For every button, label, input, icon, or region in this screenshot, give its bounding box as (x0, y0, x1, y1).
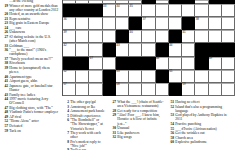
clue-number: 40 (1, 75, 9, 79)
clue-number: 56 (167, 131, 175, 135)
clue-text: Goldman ___ (9, 44, 59, 48)
grid-cell[interactable] (142, 43, 155, 56)
grid-cell[interactable] (116, 17, 129, 30)
clue-text: "Surely you don't mean me?!" (9, 57, 59, 61)
grid-cell[interactable] (209, 83, 222, 96)
grid-cell[interactable] (142, 4, 155, 17)
cell-number: 57 (63, 83, 66, 86)
clue: 39Home to (uncaptured) chess pieces (1, 66, 59, 74)
clue-text: Big songs (117, 135, 164, 139)
grid-cell[interactable] (103, 57, 116, 70)
clue: 42Japanese gate, or baseball star Hunter (1, 84, 59, 92)
clue: 52Island that's also a programming langu… (167, 105, 234, 113)
crossword-page: 3334353637383940414243444748495253555758… (0, 0, 235, 150)
grid-cell[interactable]: 34 (116, 4, 129, 17)
clue-text: Unknowns (9, 30, 59, 34)
cell-number: 58 (116, 83, 119, 86)
grid-cell[interactable] (182, 43, 195, 56)
cell-number: 41 (182, 31, 185, 34)
down-clues-column-3: 51Having no effect52Island that's also a… (167, 100, 234, 145)
grid-cell[interactable] (76, 70, 89, 83)
across-clues-column: …at the evening19Winner of more gold med… (1, 0, 59, 133)
clue-text: ___ d'Ivoire (African nation) (175, 127, 234, 131)
clue-text: 1997 movie featuring Jerry O'Connell (9, 97, 59, 105)
cell-number: 43 (116, 44, 119, 47)
grid-cell[interactable]: 49 (209, 57, 222, 70)
clue: 32Big songs (109, 135, 164, 139)
grid-cell[interactable] (182, 57, 195, 70)
clue-text: Pro's modest reply to "Nice job!" (70, 140, 107, 148)
grid-cell[interactable]: 53 (116, 70, 129, 83)
clue-number: 59 (1, 129, 9, 133)
clue-number: 37 (1, 57, 9, 61)
clue: 31Like pushovers (109, 131, 164, 135)
grid-cell[interactable] (89, 70, 102, 83)
grid-cell[interactable]: 42 (63, 43, 76, 56)
grid-cell[interactable] (169, 57, 182, 70)
clue-number: 27 (1, 35, 9, 43)
grid-cell[interactable] (169, 17, 182, 30)
clue-number: 49 (1, 115, 9, 119)
clue: 37"Surely you don't mean me?!" (1, 57, 59, 61)
clue-text: "The Bombshell" or "The Showstopper," at… (70, 118, 107, 130)
clue: 5Difficult experiences (62, 114, 107, 118)
grid-cell[interactable]: 40 (129, 30, 142, 43)
clue-number: 4 (62, 109, 70, 113)
clue-text: The other guy/gal (70, 100, 107, 104)
clue: 52"Home Alone" actor (1, 119, 59, 123)
clue: 58Church area (167, 136, 234, 140)
clue: 56Get the wrinkles out (167, 131, 234, 135)
cell-number: 38 (196, 18, 199, 21)
cell-number: 33 (103, 5, 106, 8)
clue: 8Pro's modest reply to "Nice job!" (62, 140, 107, 148)
clue-text: God played by Anthony Hopkins in 2011 (175, 113, 234, 121)
grid-cell[interactable] (89, 43, 102, 56)
clue-text: Get ready for a competition (117, 109, 164, 113)
grid-cell[interactable] (89, 17, 102, 30)
clue-text: Practice punching (175, 122, 234, 126)
black-cell (76, 57, 89, 70)
grid-cell[interactable] (156, 30, 169, 43)
clue: 20Hosted, as an awards show (1, 12, 59, 16)
black-cell (63, 4, 76, 17)
clue-number: 31 (109, 131, 117, 135)
cell-number: 44 (169, 44, 172, 47)
clue-number: 27 (109, 100, 117, 108)
grid-cell[interactable] (209, 70, 222, 83)
grid-cell[interactable] (209, 4, 222, 17)
black-cell (103, 83, 116, 96)
clue-text: AP rival (9, 115, 59, 119)
clue-number: 53 (167, 113, 175, 121)
clue-number: 57 (1, 124, 9, 128)
clue-number: 38 (1, 61, 9, 65)
clue-text: Amusement park hassle (70, 109, 107, 113)
grid-cell[interactable] (209, 17, 222, 30)
grid-cell[interactable]: 58 (116, 83, 129, 96)
grid-cell[interactable]: 43 (116, 43, 129, 56)
clue-number: 33 (1, 44, 9, 48)
clue: 28Get ready for a competition (109, 109, 164, 113)
clue-number: 60 (167, 140, 175, 144)
black-cell (89, 4, 102, 17)
clue-text: "Home Alone" actor (9, 119, 59, 123)
cell-number: 55 (169, 70, 172, 73)
clue-number: 43 (1, 93, 9, 97)
grid-cell[interactable] (182, 70, 195, 83)
clue-text: Big grain in Eastern Europe (9, 21, 59, 25)
clue-text: Representative (9, 17, 59, 21)
grid-cell[interactable] (156, 4, 169, 17)
clue: 2The other guy/gal (62, 100, 107, 104)
grid-cell[interactable]: 48 (156, 57, 169, 70)
clue: 30Unusual (109, 126, 164, 130)
clue-text: Like pushovers (117, 131, 164, 135)
grid-cell[interactable] (195, 70, 208, 83)
grid-cell[interactable] (156, 83, 169, 96)
grid-cell[interactable] (103, 30, 116, 43)
grid-cell[interactable] (89, 30, 102, 43)
black-cell (129, 57, 142, 70)
grid-cell[interactable] (156, 17, 169, 30)
clue-text: Riverboats (9, 61, 59, 65)
grid-cell[interactable]: 38 (195, 17, 208, 30)
clue: 4Amusement park hassle (62, 109, 107, 113)
cell-number: 42 (63, 44, 66, 47)
black-cell (156, 43, 169, 56)
clue-text: Difficult experiences (70, 114, 107, 118)
black-cell (195, 43, 208, 56)
grid-cell[interactable]: 44 (169, 43, 182, 56)
grid-cell[interactable] (103, 17, 116, 30)
black-cell (63, 57, 76, 70)
clue: 51Having no effect (167, 100, 234, 104)
clue: 21Representative (1, 17, 59, 21)
cell-number: 35 (130, 5, 133, 8)
grid-cell[interactable] (142, 30, 155, 43)
clue-text: Tack on (9, 129, 59, 133)
clue-number: 47 (1, 106, 9, 110)
cell-number: 59 (182, 83, 185, 86)
clue: 3Armstrong or Ike (62, 105, 107, 109)
clue-text: Apartment type (9, 75, 59, 79)
cell-number: 52 (63, 70, 66, 73)
clue-number: 32 (109, 135, 117, 139)
black-cell (142, 57, 155, 70)
clue: 43Family tree ladies (1, 93, 59, 97)
black-cell (222, 43, 235, 56)
clue: 60Explosive palindrome (167, 140, 234, 144)
clue-number: 36 (1, 48, 9, 56)
grid-cell[interactable] (222, 4, 235, 17)
clue-text: Big clothing store, with "The" (9, 106, 59, 110)
clue-text: Island that's also a programming languag… (175, 105, 234, 113)
cell-number: 37 (143, 18, 146, 21)
black-cell (116, 30, 129, 43)
crossword-grid: 3334353637383940414243444748495253555758… (62, 0, 235, 96)
grid-cell[interactable] (195, 30, 208, 43)
grid-cell[interactable]: 35 (129, 4, 142, 17)
black-cell (169, 30, 182, 43)
cell-number: 47 (90, 57, 93, 60)
clue: 59Tack on (1, 129, 59, 133)
clue: 9Trolley car (62, 148, 107, 150)
grid-cell[interactable] (129, 70, 142, 83)
clue-text: Having no effect (175, 100, 234, 104)
grid-cell[interactable] (222, 57, 235, 70)
black-cell (116, 57, 129, 70)
clue-text: "Alas! Poor ___. I knew him, Horatio: a … (117, 113, 164, 125)
clue: 27What the ___! (chain of Seattle-area V… (109, 100, 164, 108)
clue: 7They work with each other (62, 131, 107, 139)
grid-cell[interactable]: 39 (63, 30, 76, 43)
clue-text: ___ care (9, 26, 59, 30)
clue-number: 42 (1, 84, 9, 92)
clue-number: 52 (1, 119, 9, 123)
grid-cell[interactable] (142, 70, 155, 83)
grid-cell[interactable]: 55 (169, 70, 182, 83)
clue: 36"___ to the man!" (1960's catchphrase) (1, 48, 59, 56)
cell-number: 48 (156, 57, 159, 60)
clue: 27#2 dating website in the U.S. (after M… (1, 35, 59, 43)
clue-number: 39 (1, 66, 9, 74)
clue-number: 21 (1, 17, 9, 21)
clue-number: 6 (62, 118, 70, 130)
clue-number: 48 (1, 110, 9, 114)
down-clues-column-2: 27What the ___! (chain of Seattle-area V… (109, 100, 164, 140)
clue: 29"Alas! Poor ___. I knew him, Horatio: … (109, 113, 164, 125)
black-cell (156, 70, 169, 83)
clue-text: Explosive palindrome (175, 140, 234, 144)
clue-number: 19 (1, 4, 9, 12)
clue-number: 8 (62, 140, 70, 148)
clue-number: 26 (1, 30, 9, 34)
clue: 441997 movie featuring Jerry O'Connell (1, 97, 59, 105)
grid-cell[interactable]: 36 (63, 17, 76, 30)
clue-text: Winner of more gold medals than any othe… (9, 4, 59, 12)
clue-number: 28 (109, 109, 117, 113)
clue: 55___ d'Ivoire (African nation) (167, 127, 234, 131)
clue-text: What the ___! (chain of Seattle-area Vie… (117, 100, 164, 108)
clue-number: 30 (109, 126, 117, 130)
clue: 40Apartment type (1, 75, 59, 79)
clue-text: They work with each other (70, 131, 107, 139)
clue: 24___ care (1, 26, 59, 30)
clue-text: Unusual (117, 126, 164, 130)
clue: 48Vladimir Putin's former employer (1, 110, 59, 114)
black-cell (103, 70, 116, 83)
clue-number: 23 (1, 21, 9, 25)
clue-text: Trolley car (70, 148, 107, 150)
black-cell (103, 43, 116, 56)
grid-cell[interactable] (76, 30, 89, 43)
clue-number: 44 (1, 97, 9, 105)
clue: 26Unknowns (1, 30, 59, 34)
grid-cell[interactable] (209, 30, 222, 43)
grid-cell[interactable] (222, 30, 235, 43)
clue-text: "___ to the man!" (1960's catchphrase) (9, 48, 59, 56)
grid-cell[interactable] (76, 43, 89, 56)
clue: 57Defeated (1, 124, 59, 128)
clue: 41Airport guess, abbr. (1, 79, 59, 83)
cell-number: 49 (209, 57, 212, 60)
grid-cell[interactable]: 47 (89, 57, 102, 70)
cell-number: 36 (63, 18, 66, 21)
cell-number: 53 (116, 70, 119, 73)
clue-number: 52 (167, 105, 175, 113)
clue-number: 20 (1, 12, 9, 16)
clue: 38Riverboats (1, 61, 59, 65)
down-clues-column-1: 2The other guy/gal3Armstrong or Ike4Amus… (62, 100, 107, 150)
clue-text: Church area (175, 136, 234, 140)
clue-text: Hosted, as an awards show (9, 12, 59, 16)
black-cell (169, 83, 182, 96)
black-cell (76, 4, 89, 17)
clue-number: 51 (167, 100, 175, 104)
grid-cell[interactable] (182, 4, 195, 17)
clue-text: #2 dating website in the U.S. (after Mat… (9, 35, 59, 43)
cell-number: 40 (130, 31, 133, 34)
grid-cell[interactable]: 33 (103, 4, 116, 17)
grid-cell[interactable] (195, 4, 208, 17)
clue: 54Practice punching (167, 122, 234, 126)
cell-number: 39 (63, 31, 66, 34)
clue-text: Vladimir Putin's former employer (9, 110, 59, 114)
grid-cell[interactable] (169, 4, 182, 17)
grid-cell[interactable] (76, 17, 89, 30)
clue-text: Armstrong or Ike (70, 105, 107, 109)
grid-cell[interactable] (222, 83, 235, 96)
clue-number: 5 (62, 114, 70, 118)
grid-cell[interactable]: 41 (182, 30, 195, 43)
clue: 23Big grain in Eastern Europe (1, 21, 59, 25)
grid-cell[interactable] (222, 17, 235, 30)
grid-cell[interactable] (76, 83, 89, 96)
clue-number: 9 (62, 148, 70, 150)
clue-text: Get the wrinkles out (175, 131, 234, 135)
black-cell (195, 57, 208, 70)
clue-number: 3 (62, 105, 70, 109)
clue-number: 58 (167, 136, 175, 140)
grid-cell[interactable]: 37 (142, 17, 155, 30)
grid-cell[interactable] (142, 83, 155, 96)
clue: 6"The Bombshell" or "The Showstopper," a… (62, 118, 107, 130)
cell-number: 34 (116, 5, 119, 8)
black-cell (182, 17, 195, 30)
grid-cell[interactable]: 52 (63, 70, 76, 83)
clue-number: 54 (167, 122, 175, 126)
black-cell (209, 43, 222, 56)
clue-text: Family tree ladies (9, 93, 59, 97)
clue-text: Airport guess, abbr. (9, 79, 59, 83)
clue-number: 2 (62, 100, 70, 104)
clue: 47Big clothing store, with "The" (1, 106, 59, 110)
clue-text: Home to (uncaptured) chess pieces (9, 66, 59, 74)
grid-cell[interactable] (89, 83, 102, 96)
grid-cell[interactable] (222, 70, 235, 83)
grid-cell[interactable]: 57 (63, 83, 76, 96)
clue-number: 41 (1, 79, 9, 83)
clue-number: 7 (62, 131, 70, 139)
clue-text: Defeated (9, 124, 59, 128)
black-cell (129, 17, 142, 30)
grid-cell[interactable] (129, 43, 142, 56)
clue-text: Japanese gate, or baseball star Hunter (9, 84, 59, 92)
clue: 19Winner of more gold medals than any ot… (1, 4, 59, 12)
clue: 53God played by Anthony Hopkins in 2011 (167, 113, 234, 121)
clue: 33Goldman ___ (1, 44, 59, 48)
grid-cell[interactable]: 59 (182, 83, 195, 96)
grid-cell[interactable] (129, 83, 142, 96)
grid-cell[interactable] (195, 83, 208, 96)
clue: 49AP rival (1, 115, 59, 119)
